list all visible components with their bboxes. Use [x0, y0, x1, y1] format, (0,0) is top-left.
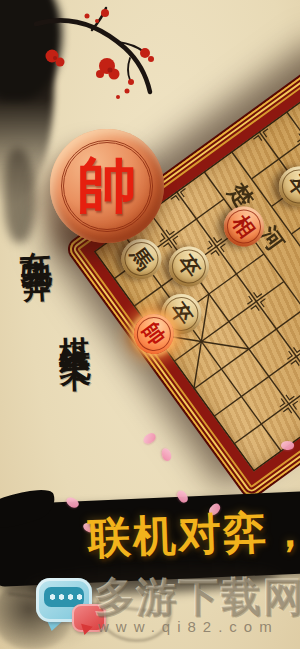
app-screenshot: 楚 河 漢 界 卒相卒馬卒帥 帥 车驰马奔 棋术绝天下 联机对弈， 多游下载网 …	[0, 0, 300, 649]
watermark-url: www.qi82.com	[98, 618, 279, 635]
hero-general-piece: 帥	[50, 129, 164, 243]
watermark-site-name: 多游下载网	[95, 570, 300, 625]
promo-banner-text: 联机对弈，	[87, 502, 300, 568]
tagline-column-1: 车驰马奔	[12, 225, 55, 255]
petal	[161, 447, 172, 461]
hero-general-character: 帥	[77, 146, 137, 227]
watermark: 多游下载网 www.qi82.com	[0, 572, 300, 649]
plum-blossom-branch-icon	[30, 0, 210, 110]
petal	[142, 432, 158, 446]
xiangqi-board[interactable]: 楚 河 漢 界 卒相卒馬卒帥	[66, 44, 300, 500]
tagline-column-2: 棋术绝天下	[51, 311, 94, 347]
